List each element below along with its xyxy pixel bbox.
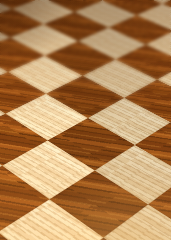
chessboard-photo	[0, 0, 171, 240]
chessboard	[0, 0, 171, 240]
focus-blur-overlay	[0, 0, 171, 240]
